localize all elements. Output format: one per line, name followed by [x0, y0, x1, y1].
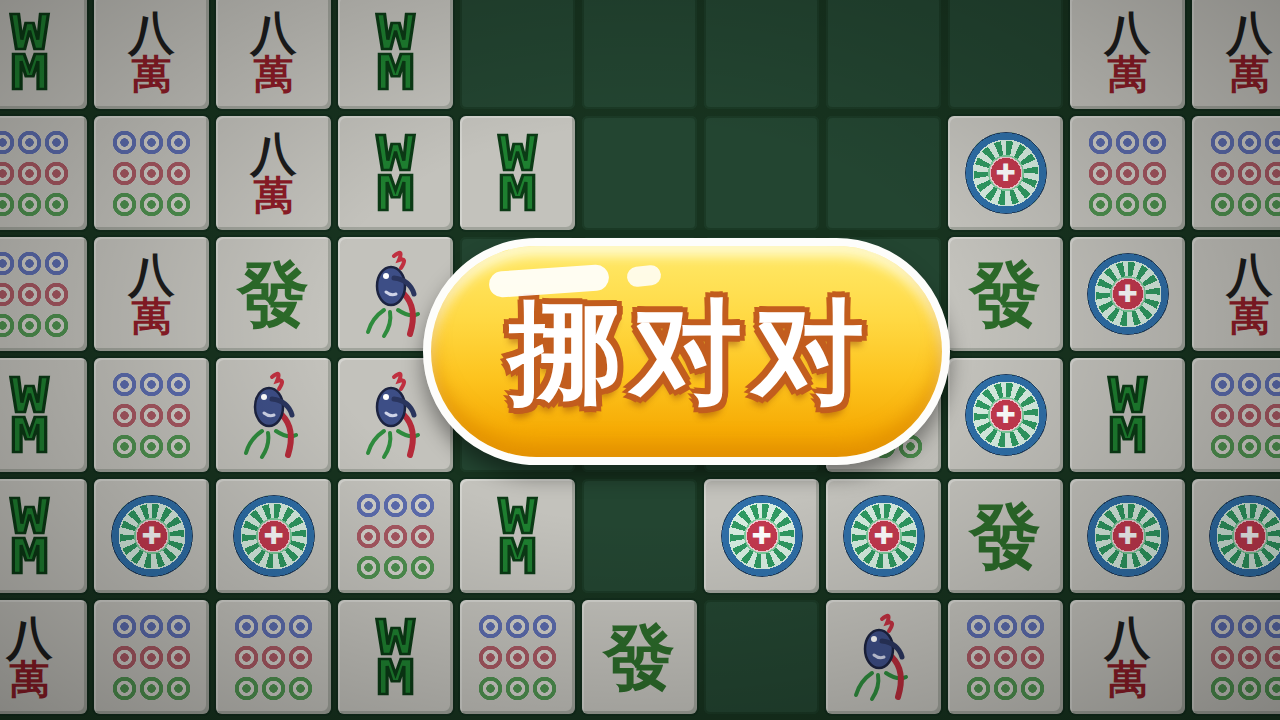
- eight-characters-glyph: 八萬: [7, 615, 53, 699]
- one-dot-glyph: ✚: [721, 495, 803, 577]
- nine-dots-glyph: [112, 614, 191, 701]
- tile-one-dot-r5c11[interactable]: ✚: [1192, 479, 1280, 593]
- tile-nine-dots-r2c10[interactable]: [1070, 116, 1185, 230]
- nine-dots-glyph: [1088, 130, 1167, 217]
- nine-dots-glyph: [0, 251, 69, 338]
- tile-green-dragon-r3c3[interactable]: 發: [216, 237, 331, 351]
- tile-one-dot-r5c7[interactable]: ✚: [704, 479, 819, 593]
- tile-eight-bamboo-r5c1[interactable]: WM: [0, 479, 87, 593]
- tile-eight-bamboo-r4c10[interactable]: WM: [1070, 358, 1185, 472]
- nine-dots-glyph: [1210, 614, 1280, 701]
- tile-green-dragon-r6c6[interactable]: 發: [582, 600, 697, 714]
- tile-one-dot-r3c10[interactable]: ✚: [1070, 237, 1185, 351]
- tile-eight-characters-r3c2[interactable]: 八萬: [94, 237, 209, 351]
- tile-nine-dots-r6c5[interactable]: [460, 600, 575, 714]
- nine-dots-glyph: [478, 614, 557, 701]
- tile-nine-dots-r4c2[interactable]: [94, 358, 209, 472]
- tile-one-bamboo-bird-r6c8[interactable]: [826, 600, 941, 714]
- tile-one-dot-r5c2[interactable]: ✚: [94, 479, 209, 593]
- tile-eight-bamboo-r2c5[interactable]: WM: [460, 116, 575, 230]
- one-dot-glyph: ✚: [111, 495, 193, 577]
- game-screen: WM八萬八萬WM八萬八萬八萬WMWM✚八萬發發✚八萬WM✚WMWM✚✚WM✚✚發…: [0, 0, 1280, 720]
- one-bamboo-bird-glyph: [242, 369, 306, 461]
- eight-bamboo-glyph: WM: [11, 12, 49, 93]
- eight-characters-glyph: 八萬: [251, 131, 297, 215]
- green-dragon-glyph: 發: [970, 258, 1042, 330]
- tile-eight-characters-r3c11[interactable]: 八萬: [1192, 237, 1280, 351]
- nine-dots-glyph: [1210, 372, 1280, 459]
- empty-cell-r1c8: [826, 0, 941, 109]
- eight-characters-glyph: 八萬: [1227, 10, 1273, 94]
- tile-nine-dots-r4c11[interactable]: [1192, 358, 1280, 472]
- one-dot-glyph: ✚: [1087, 495, 1169, 577]
- tile-nine-dots-r3c1[interactable]: [0, 237, 87, 351]
- eight-characters-glyph: 八萬: [1105, 615, 1151, 699]
- eight-bamboo-glyph: WM: [11, 496, 49, 577]
- tile-eight-characters-r1c3[interactable]: 八萬: [216, 0, 331, 109]
- tile-nine-dots-r6c11[interactable]: [1192, 600, 1280, 714]
- one-bamboo-bird-glyph: [364, 369, 428, 461]
- nine-dots-glyph: [966, 614, 1045, 701]
- tile-green-dragon-r5c9[interactable]: 發: [948, 479, 1063, 593]
- eight-characters-glyph: 八萬: [251, 10, 297, 94]
- empty-cell-r2c6: [582, 116, 697, 230]
- nine-dots-glyph: [356, 493, 435, 580]
- one-bamboo-bird-glyph: [364, 248, 428, 340]
- tile-eight-bamboo-r5c5[interactable]: WM: [460, 479, 575, 593]
- eight-bamboo-glyph: WM: [499, 133, 537, 214]
- tile-green-dragon-r3c9[interactable]: 發: [948, 237, 1063, 351]
- eight-bamboo-glyph: WM: [1109, 375, 1147, 456]
- tile-eight-bamboo-r4c1[interactable]: WM: [0, 358, 87, 472]
- one-bamboo-bird-icon: [242, 369, 306, 461]
- tile-nine-dots-r2c2[interactable]: [94, 116, 209, 230]
- one-bamboo-bird-icon: [852, 611, 916, 703]
- tile-nine-dots-r6c9[interactable]: [948, 600, 1063, 714]
- tile-one-dot-r2c9[interactable]: ✚: [948, 116, 1063, 230]
- tile-eight-bamboo-r2c4[interactable]: WM: [338, 116, 453, 230]
- green-dragon-glyph: 發: [970, 500, 1042, 572]
- eight-bamboo-glyph: WM: [377, 12, 415, 93]
- tile-eight-characters-r6c10[interactable]: 八萬: [1070, 600, 1185, 714]
- eight-characters-glyph: 八萬: [1105, 10, 1151, 94]
- empty-cell-r2c8: [826, 116, 941, 230]
- eight-characters-glyph: 八萬: [1227, 252, 1273, 336]
- empty-cell-r1c5: [460, 0, 575, 109]
- eight-characters-glyph: 八萬: [129, 10, 175, 94]
- tile-nine-dots-r5c4[interactable]: [338, 479, 453, 593]
- nine-dots-glyph: [0, 130, 69, 217]
- tile-one-bamboo-bird-r4c3[interactable]: [216, 358, 331, 472]
- eight-bamboo-glyph: WM: [11, 375, 49, 456]
- tile-one-dot-r4c9[interactable]: ✚: [948, 358, 1063, 472]
- empty-cell-r6c7: [704, 600, 819, 714]
- eight-bamboo-glyph: WM: [377, 617, 415, 698]
- nine-dots-glyph: [112, 372, 191, 459]
- one-dot-glyph: ✚: [233, 495, 315, 577]
- tile-nine-dots-r6c3[interactable]: [216, 600, 331, 714]
- nine-dots-glyph: [112, 130, 191, 217]
- tile-one-dot-r5c10[interactable]: ✚: [1070, 479, 1185, 593]
- eight-bamboo-glyph: WM: [377, 133, 415, 214]
- tile-nine-dots-r2c11[interactable]: [1192, 116, 1280, 230]
- tile-eight-characters-r1c2[interactable]: 八萬: [94, 0, 209, 109]
- empty-cell-r1c9: [948, 0, 1063, 109]
- tile-eight-characters-r1c11[interactable]: 八萬: [1192, 0, 1280, 109]
- tile-nine-dots-r6c2[interactable]: [94, 600, 209, 714]
- tile-one-dot-r5c3[interactable]: ✚: [216, 479, 331, 593]
- tile-nine-dots-r2c1[interactable]: [0, 116, 87, 230]
- empty-cell-r1c7: [704, 0, 819, 109]
- nine-dots-glyph: [234, 614, 313, 701]
- green-dragon-glyph: 發: [604, 621, 676, 693]
- one-dot-glyph: ✚: [965, 132, 1047, 214]
- eight-characters-glyph: 八萬: [129, 252, 175, 336]
- one-dot-glyph: ✚: [1087, 253, 1169, 335]
- one-dot-glyph: ✚: [965, 374, 1047, 456]
- tile-eight-characters-r6c1[interactable]: 八萬: [0, 600, 87, 714]
- tile-eight-bamboo-r1c1[interactable]: WM: [0, 0, 87, 109]
- one-dot-glyph: ✚: [843, 495, 925, 577]
- tile-eight-bamboo-r6c4[interactable]: WM: [338, 600, 453, 714]
- game-logo-button[interactable]: 挪对对: [423, 238, 950, 465]
- empty-cell-r1c6: [582, 0, 697, 109]
- one-bamboo-bird-icon: [364, 369, 428, 461]
- eight-bamboo-glyph: WM: [499, 496, 537, 577]
- one-bamboo-bird-icon: [364, 248, 428, 340]
- game-title: 挪对对: [509, 296, 875, 408]
- empty-cell-r2c7: [704, 116, 819, 230]
- tile-eight-characters-r1c10[interactable]: 八萬: [1070, 0, 1185, 109]
- nine-dots-glyph: [1210, 130, 1280, 217]
- tile-one-dot-r5c8[interactable]: ✚: [826, 479, 941, 593]
- empty-cell-r5c6: [582, 479, 697, 593]
- tile-eight-bamboo-r1c4[interactable]: WM: [338, 0, 453, 109]
- green-dragon-glyph: 發: [238, 258, 310, 330]
- tile-eight-characters-r2c3[interactable]: 八萬: [216, 116, 331, 230]
- one-dot-glyph: ✚: [1209, 495, 1280, 577]
- one-bamboo-bird-glyph: [852, 611, 916, 703]
